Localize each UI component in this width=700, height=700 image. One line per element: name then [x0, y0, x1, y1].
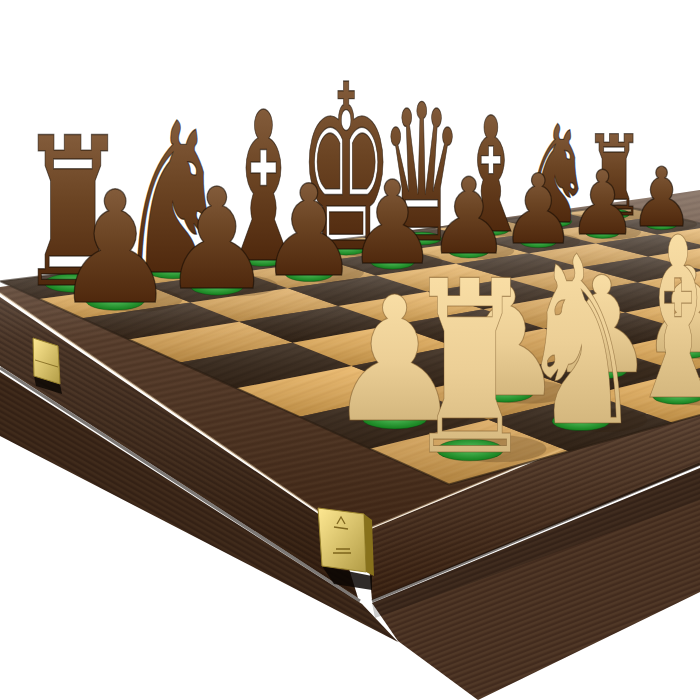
chess-set-photo: chess ♜♞♟♝♟♛♟♚♟♝♟♞♟♜♟♟♟♟♜♟♞♟♝♟♛♟♚♟♝♟♞♜ [0, 0, 700, 700]
rook-glyph: ♜ [406, 230, 535, 509]
piece-white-knight-g1[interactable]: ♞ [518, 207, 647, 477]
pawn-glyph: ♟ [54, 158, 176, 338]
scene-svg: chess ♜♞♟♝♟♛♟♚♟♝♟♞♟♜♟♟♟♟♜♟♞♟♝♟♛♟♚♟♝♟♞♜ [0, 0, 700, 700]
piece-white-rook-h1[interactable]: ♜ [406, 230, 547, 509]
piece-black-pawn-h7[interactable]: ♟ [54, 158, 182, 338]
knight-glyph: ♞ [518, 207, 643, 477]
